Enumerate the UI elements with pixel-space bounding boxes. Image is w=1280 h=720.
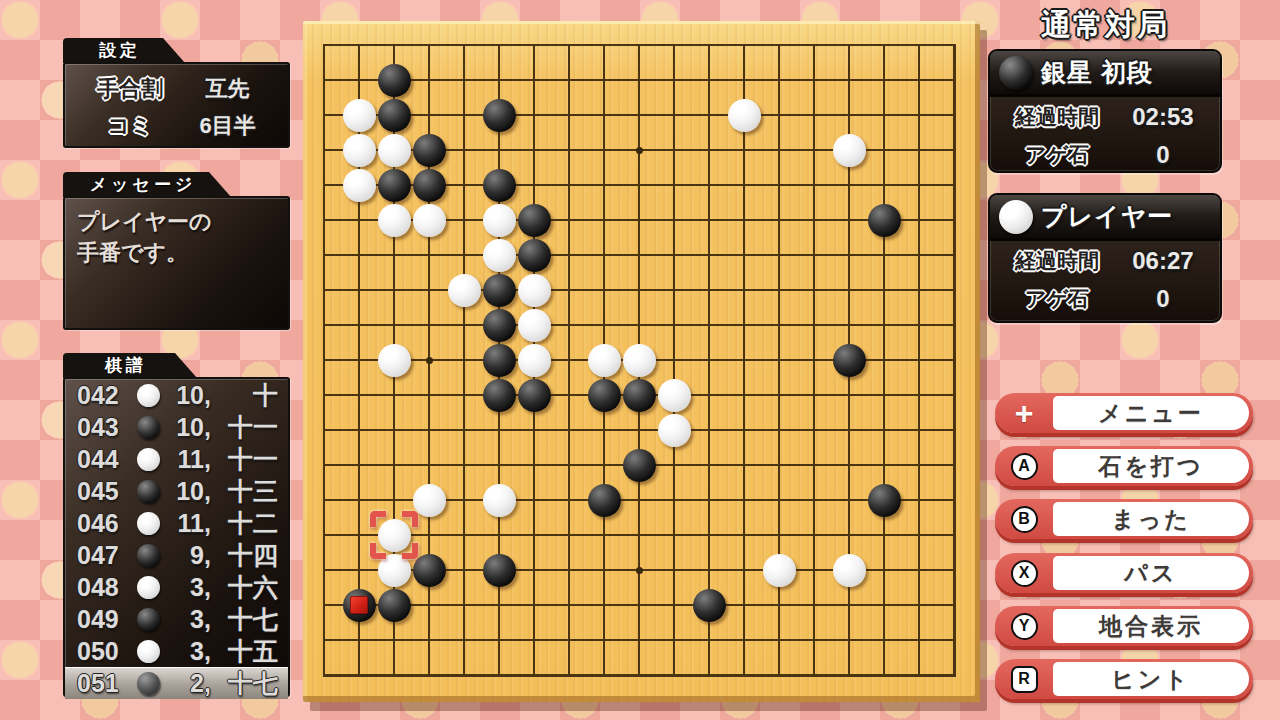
white-stone[interactable] [483,239,516,272]
white-stone[interactable] [448,274,481,307]
komi-value: 6目半 [181,111,274,141]
move-row-kanji: 十七 [211,667,278,700]
black-stone[interactable] [623,379,656,412]
black-captures-label: アゲ石 [998,141,1116,169]
black-stone[interactable] [378,589,411,622]
y-button-icon: Y [1011,613,1038,640]
white-player-name: プレイヤー [1041,200,1173,233]
white-stone[interactable] [378,134,411,167]
move-comma: , [204,669,211,698]
match-mode-title: 通常対局 [988,5,1222,46]
move-col: 3 [164,573,204,602]
move-col: 10 [164,477,204,506]
black-stone[interactable] [483,344,516,377]
black-time-value: 02:53 [1116,103,1210,131]
x-button-icon: X [1011,560,1038,587]
black-time-row: 経過時間 02:53 [990,97,1220,135]
black-stone[interactable] [378,99,411,132]
black-stone[interactable] [483,379,516,412]
move-col: 10 [164,413,204,442]
white-stone-icon [137,448,160,471]
move-number: 043 [77,413,135,442]
handicap-label: 手合割 [79,74,181,104]
move-comma: , [204,445,211,474]
white-stone-icon [999,200,1033,234]
message-line-2: 手番です。 [77,237,288,268]
white-captures-value: 0 [1116,285,1210,313]
white-stone-icon [137,384,160,407]
white-stone[interactable] [763,554,796,587]
black-stone-icon [137,416,160,439]
handicap-value: 互先 [181,74,274,104]
action-button-label: まった [1053,502,1249,536]
kifu-move-row-048[interactable]: 0483,十六 [65,571,288,603]
black-stone[interactable] [833,344,866,377]
black-stone[interactable] [413,169,446,202]
move-row-kanji: 十六 [211,571,278,604]
move-col: 9 [164,541,204,570]
white-stone[interactable] [343,99,376,132]
black-stone[interactable] [588,379,621,412]
white-stone[interactable] [343,169,376,202]
black-stone[interactable] [693,589,726,622]
kifu-move-row-044[interactable]: 04411,十一 [65,443,288,475]
black-stone-icon [999,56,1033,90]
black-stone[interactable] [868,484,901,517]
black-player-panel: 銀星 初段 経過時間 02:53 アゲ石 0 [988,49,1222,173]
plus-button-icon: + [1015,397,1034,429]
move-col: 3 [164,637,204,666]
move-row-kanji: 十四 [211,539,278,572]
black-stone[interactable] [483,554,516,587]
star-point [636,567,643,574]
black-stone[interactable] [483,169,516,202]
message-line-1: プレイヤーの [77,206,288,237]
white-stone-icon [137,512,160,535]
move-comma: , [204,541,211,570]
white-player-panel: プレイヤー 経過時間 06:27 アゲ石 0 [988,193,1222,323]
white-stone[interactable] [518,274,551,307]
black-stone-icon [137,480,160,503]
white-player-header: プレイヤー [990,195,1220,241]
white-stone-icon [137,640,160,663]
white-stone[interactable] [833,554,866,587]
action-button-label: ヒント [1053,662,1249,696]
white-stone[interactable] [483,484,516,517]
komi-label: コミ [79,111,181,141]
kifu-move-row-050[interactable]: 0503,十五 [65,635,288,667]
action-button-label: 地合表示 [1053,609,1249,643]
message-panel-tab: メッセージ [63,172,231,197]
white-stone-icon [137,576,160,599]
white-time-label: 経過時間 [998,247,1116,275]
action-button-label: パス [1053,556,1249,590]
white-stone[interactable] [588,344,621,377]
move-comma: , [204,573,211,602]
move-number: 042 [77,381,135,410]
black-time-label: 経過時間 [998,103,1116,131]
action-button-label: 石を打つ [1053,449,1249,483]
kifu-move-row-046[interactable]: 04611,十二 [65,507,288,539]
black-captures-row: アゲ石 0 [990,135,1220,173]
handicap-row: 手合割 互先 [65,70,288,107]
white-stone[interactable] [518,309,551,342]
black-player-name: 銀星 初段 [1041,56,1153,89]
black-stone[interactable] [868,204,901,237]
black-stone-icon [137,544,160,567]
settings-panel-tab: 設定 [63,38,185,63]
kifu-move-list[interactable]: 04210,十04310,十一04411,十一04510,十三04611,十二0… [65,379,288,699]
white-captures-row: アゲ石 0 [990,279,1220,317]
white-time-row: 経過時間 06:27 [990,241,1220,279]
action-button-b[interactable]: Bまった [995,499,1253,539]
white-stone[interactable] [623,344,656,377]
move-row-kanji: 十五 [211,635,278,668]
white-stone[interactable] [518,344,551,377]
white-stone[interactable] [658,379,691,412]
black-stone[interactable] [518,239,551,272]
white-stone[interactable] [378,344,411,377]
white-stone[interactable] [658,414,691,447]
black-player-header: 銀星 初段 [990,51,1220,97]
board-cursor[interactable] [370,511,418,559]
move-number: 047 [77,541,135,570]
black-stone[interactable] [413,134,446,167]
move-comma: , [204,509,211,538]
move-number: 045 [77,477,135,506]
komi-row: コミ 6目半 [65,107,288,144]
move-comma: , [204,381,211,410]
black-stone[interactable] [518,379,551,412]
white-stone[interactable] [413,204,446,237]
move-number: 051 [77,669,135,698]
move-number: 048 [77,573,135,602]
black-stone[interactable] [588,484,621,517]
kifu-panel: 04210,十04310,十一04411,十一04510,十三04611,十二0… [63,377,290,697]
white-stone[interactable] [833,134,866,167]
white-stone[interactable] [378,204,411,237]
action-button-x[interactable]: Xパス [995,553,1253,593]
kifu-move-row-051[interactable]: 0512,十七 [65,667,288,699]
move-col: 11 [164,509,204,538]
white-stone[interactable] [728,99,761,132]
move-col: 2 [164,669,204,698]
go-game-screen: { "game": "go", "board_size": 19, "title… [0,0,1280,720]
black-stone[interactable] [483,99,516,132]
b-button-icon: B [1011,506,1038,533]
board-grid[interactable] [307,28,972,693]
black-stone[interactable] [378,64,411,97]
message-panel: プレイヤーの 手番です。 [63,196,290,330]
kifu-move-row-049[interactable]: 0493,十七 [65,603,288,635]
last-move-marker [350,596,368,614]
star-point [636,147,643,154]
go-board[interactable] [303,21,980,702]
move-number: 050 [77,637,135,666]
kifu-move-row-045[interactable]: 04510,十三 [65,475,288,507]
black-stone[interactable] [623,449,656,482]
move-row-kanji: 十 [211,379,278,412]
action-button-menu[interactable]: +メニュー [995,393,1253,433]
move-number: 044 [77,445,135,474]
move-comma: , [204,637,211,666]
move-number: 046 [77,509,135,538]
move-number: 049 [77,605,135,634]
star-point [426,357,433,364]
move-col: 11 [164,445,204,474]
kifu-move-row-047[interactable]: 0479,十四 [65,539,288,571]
white-time-value: 06:27 [1116,247,1210,275]
r-button-icon: R [1011,666,1038,693]
black-stone-icon [137,672,160,695]
move-row-kanji: 十一 [211,443,278,476]
move-row-kanji: 十七 [211,603,278,636]
kifu-move-row-042[interactable]: 04210,十 [65,379,288,411]
action-button-y[interactable]: Y地合表示 [995,606,1253,646]
black-stone[interactable] [518,204,551,237]
kifu-panel-tab: 棋譜 [63,353,197,378]
move-comma: , [204,413,211,442]
white-captures-label: アゲ石 [998,285,1116,313]
black-captures-value: 0 [1116,141,1210,169]
kifu-move-row-043[interactable]: 04310,十一 [65,411,288,443]
black-stone[interactable] [378,169,411,202]
move-row-kanji: 十二 [211,507,278,540]
action-button-r[interactable]: Rヒント [995,659,1253,699]
move-comma: , [204,605,211,634]
action-button-a[interactable]: A石を打つ [995,446,1253,486]
move-col: 10 [164,381,204,410]
black-stone-icon [137,608,160,631]
move-comma: , [204,477,211,506]
move-row-kanji: 十三 [211,475,278,508]
white-stone[interactable] [483,204,516,237]
white-stone[interactable] [343,134,376,167]
a-button-icon: A [1011,453,1038,480]
black-stone[interactable] [483,309,516,342]
move-row-kanji: 十一 [211,411,278,444]
action-button-label: メニュー [1053,396,1249,430]
black-stone[interactable] [483,274,516,307]
settings-panel: 手合割 互先 コミ 6目半 [63,62,290,148]
move-col: 3 [164,605,204,634]
